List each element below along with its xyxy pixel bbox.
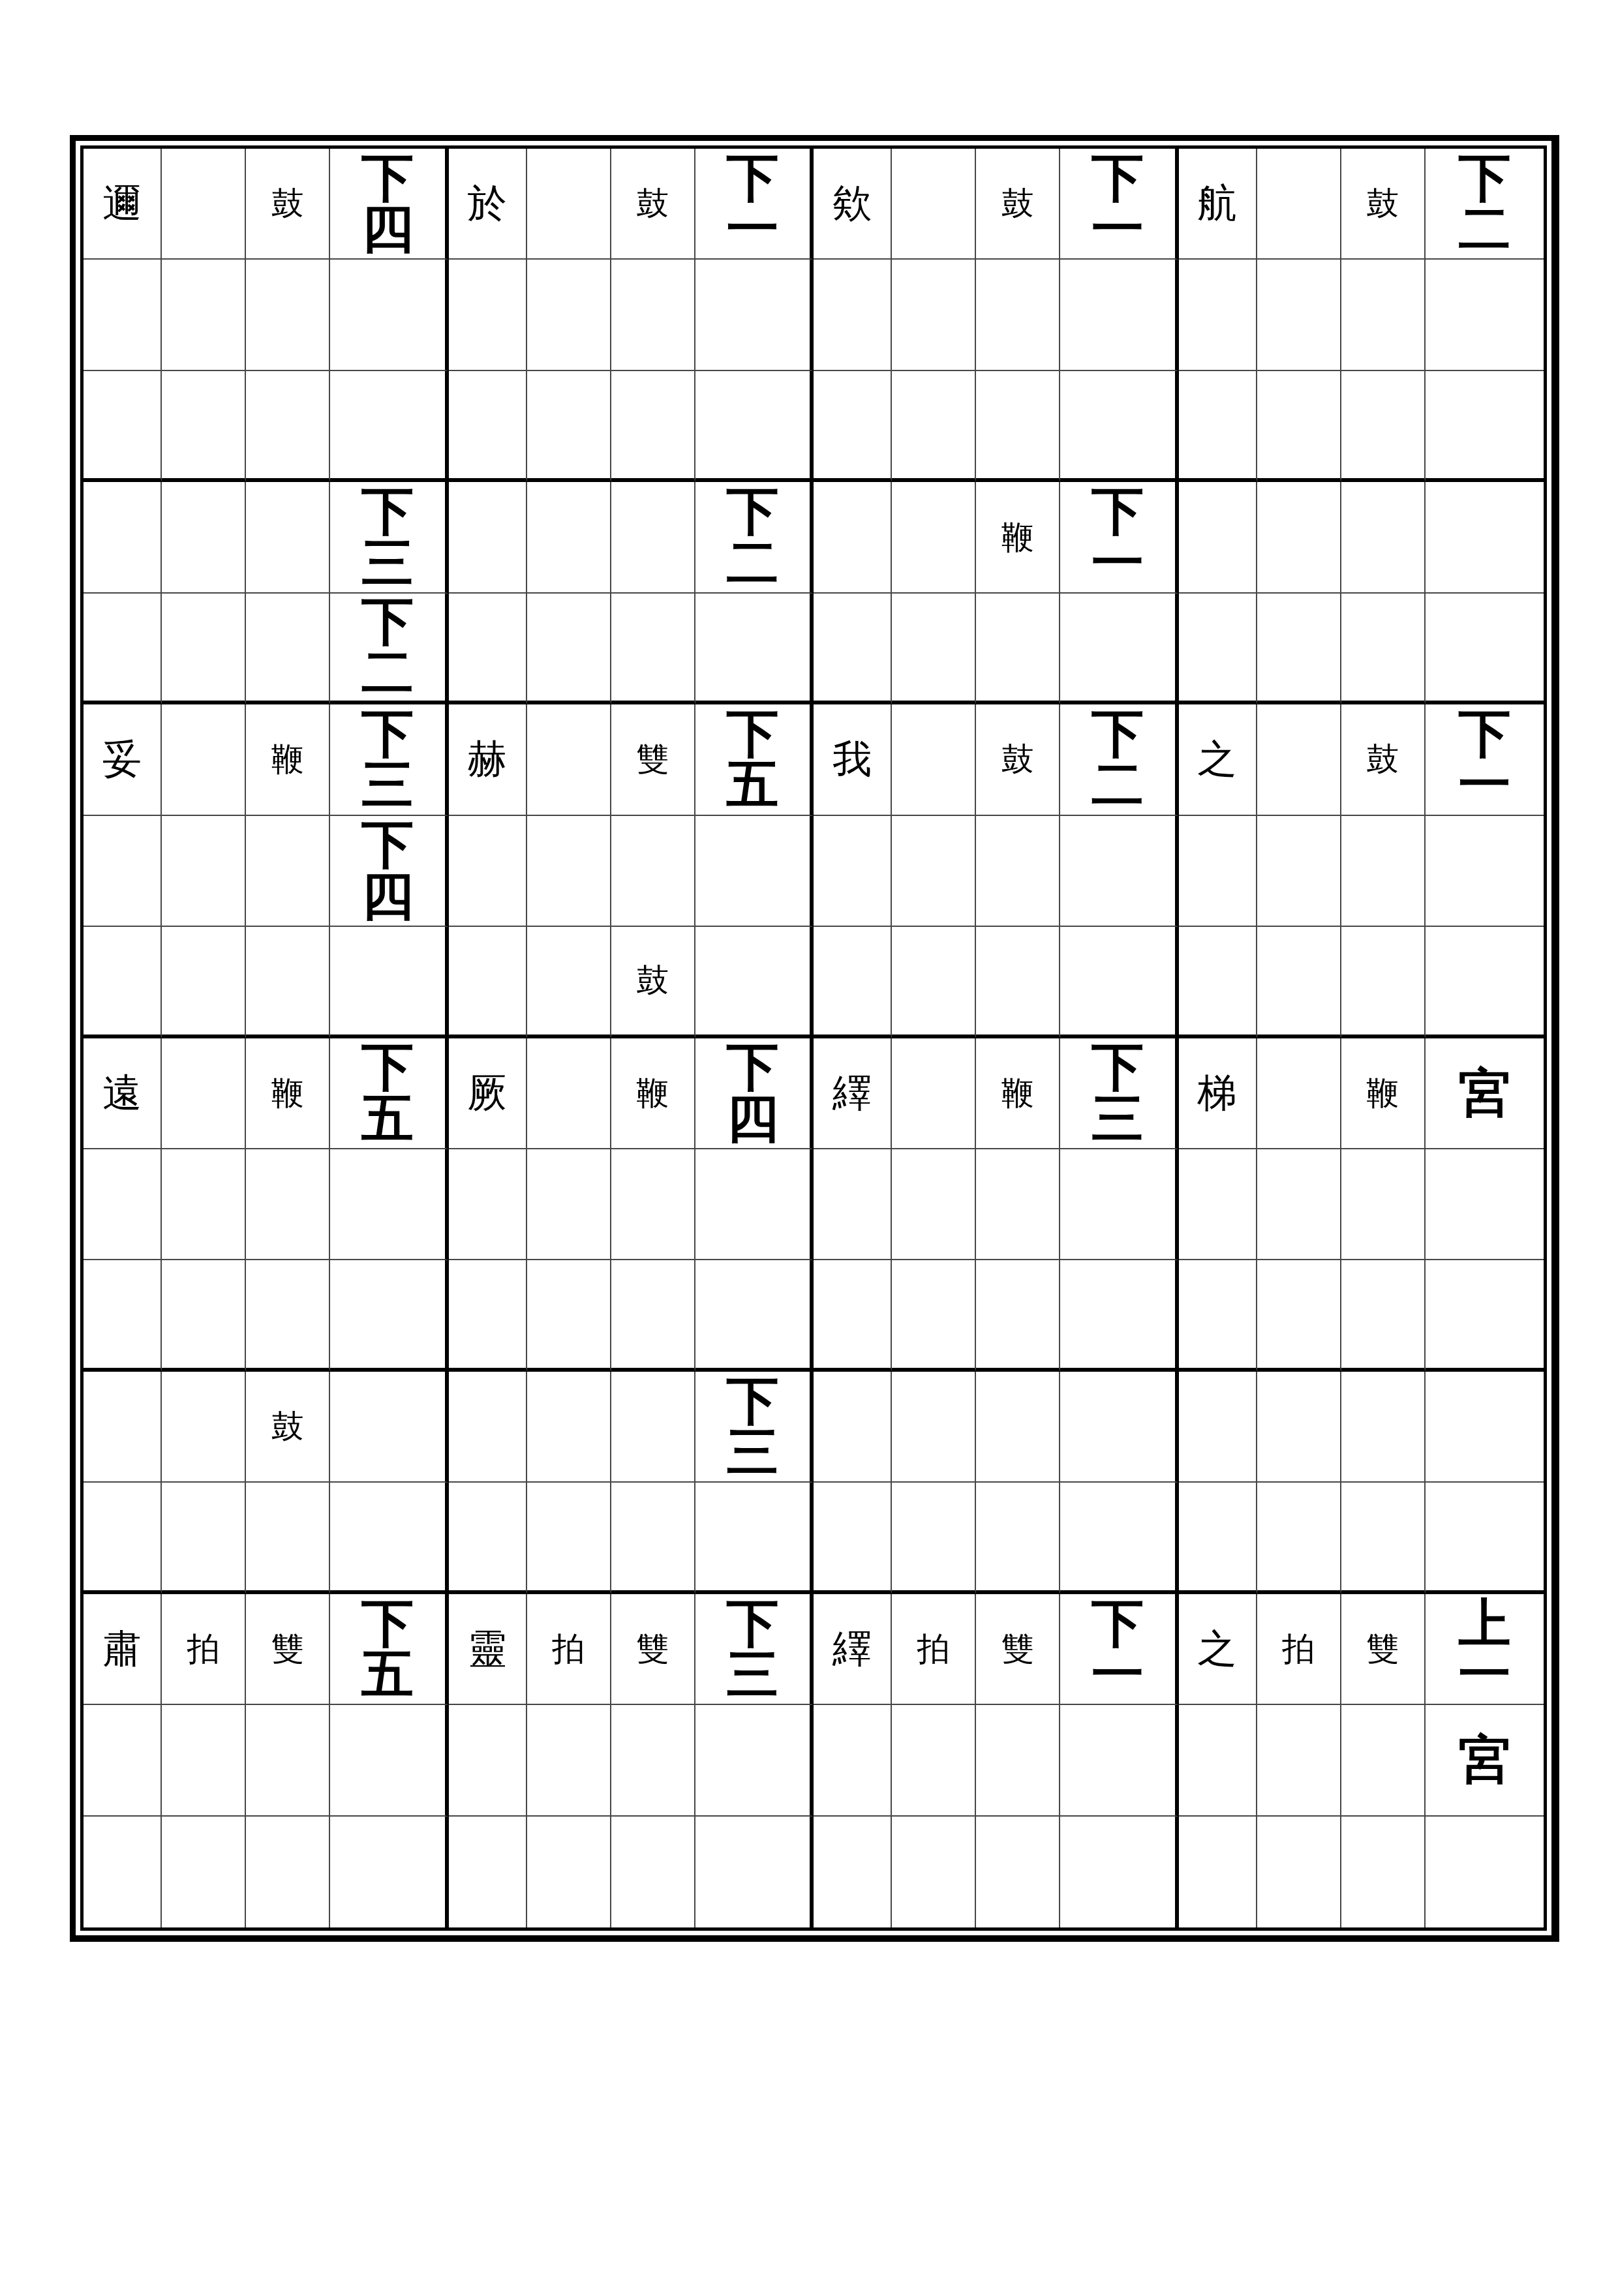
jeonggan-cell: [1257, 1705, 1341, 1816]
jeonggan-cell: 鞭: [246, 1038, 330, 1149]
jeonggan-cell: [162, 1372, 246, 1483]
jeonggan-cell: [1179, 1705, 1257, 1816]
jeonggan-cell: [162, 594, 246, 704]
jeonggan-cell: [527, 149, 611, 260]
jeonggan-cell: [976, 1705, 1060, 1816]
jeonggan-cell: 之: [1179, 704, 1257, 815]
jeonggan-cell: [162, 482, 246, 593]
jeonggan-cell: [1341, 1705, 1426, 1816]
jeonggan-cell: [892, 1483, 976, 1594]
lyric-sign: 繹: [832, 1629, 872, 1669]
jeonggan-cell: 雙: [611, 1594, 695, 1705]
jeonggan-cell: 下 一: [695, 149, 814, 260]
pitch-sign: 下 一: [726, 153, 778, 255]
score-outer-frame: 邇鼓下 四於鼓下 一欸鼓下 一航鼓下 二下 三下 二鞭下 一下 二妥鞭下 三赫雙…: [70, 135, 1559, 1942]
jeonggan-cell: [527, 927, 611, 1038]
jeonggan-cell: [1060, 927, 1178, 1038]
jeonggan-cell: [892, 149, 976, 260]
lyric-sign: 邇: [102, 184, 142, 223]
jeonggan-cell: [1426, 927, 1544, 1038]
jeonggan-cell: 厥: [449, 1038, 527, 1149]
jeonggan-cell: [611, 1372, 695, 1483]
jeonggan-cell: [1257, 1372, 1341, 1483]
jeonggan-cell: [1060, 371, 1178, 482]
lyric-sign: 靈: [468, 1629, 507, 1669]
pitch-sign: 下 五: [726, 708, 778, 811]
jeonggan-cell: 於: [449, 149, 527, 260]
jeonggan-cell: [330, 1705, 448, 1816]
jeonggan-cell: [976, 927, 1060, 1038]
jeonggan-cell: [1060, 1149, 1178, 1260]
lyric-sign: 我: [832, 740, 872, 779]
jeonggan-cell: [330, 371, 448, 482]
pitch-sign: 下 三: [726, 1598, 778, 1700]
jeonggan-cell: [1426, 816, 1544, 927]
jeonggan-cell: [814, 1483, 892, 1594]
jeonggan-cell: [1257, 1260, 1341, 1371]
jeonggan-cell: [527, 1817, 611, 1927]
jeonggan-cell: [527, 704, 611, 815]
drum-sign: 鞭: [1001, 521, 1034, 554]
jeonggan-cell: [695, 1260, 814, 1371]
jeonggan-cell: [1257, 371, 1341, 482]
jeonggan-cell: [527, 1705, 611, 1816]
jeonggan-cell: [162, 1149, 246, 1260]
jeonggan-cell: 下 三: [695, 1594, 814, 1705]
jeonggan-cell: 赫: [449, 704, 527, 815]
pitch-sign: 下 三: [361, 708, 414, 811]
lyric-sign: 厥: [468, 1074, 507, 1113]
drum-sign: 鼓: [271, 187, 304, 220]
pitch-sign: 下 二: [726, 486, 778, 588]
jeonggan-cell: [695, 594, 814, 704]
jeonggan-cell: 下 五: [330, 1594, 448, 1705]
jeonggan-cell: 下 一: [1060, 1594, 1178, 1705]
jeonggan-cell: [527, 1149, 611, 1260]
jeonggan-cell: 下 一: [1060, 482, 1178, 593]
jeonggan-cell: [892, 927, 976, 1038]
jeonggan-cell: [330, 1817, 448, 1927]
pitch-sign: 下 五: [361, 1042, 414, 1144]
jeonggan-cell: 航: [1179, 149, 1257, 260]
jeonggan-cell: [162, 149, 246, 260]
jeonggan-cell: [246, 594, 330, 704]
jeonggan-cell: 下 五: [330, 1038, 448, 1149]
jeonggan-cell: [246, 1705, 330, 1816]
jeonggan-cell: 欸: [814, 149, 892, 260]
jeonggan-cell: [1179, 1260, 1257, 1371]
jeonggan-cell: [611, 816, 695, 927]
pitch-sign: 下 五: [361, 1598, 414, 1700]
lyric-sign: 赫: [468, 740, 507, 779]
jeonggan-cell: [695, 1149, 814, 1260]
jeonggan-cell: [1179, 1817, 1257, 1927]
bak-sign: 拍: [187, 1633, 220, 1665]
jeonggan-cell: 鼓: [246, 1372, 330, 1483]
jeonggan-cell: [162, 1817, 246, 1927]
jeonggan-cell: [611, 371, 695, 482]
jeonggan-cell: [84, 1372, 162, 1483]
jeonggan-cell: [814, 260, 892, 370]
pitch-sign: 下 四: [361, 153, 414, 255]
jeonggan-cell: [84, 1260, 162, 1371]
jeonggan-cell: [330, 1260, 448, 1371]
jeonggan-cell: 鼓: [611, 927, 695, 1038]
jeonggan-cell: [814, 1149, 892, 1260]
jeonggan-cell: [527, 816, 611, 927]
jeonggan-cell: [246, 260, 330, 370]
jeonggan-cell: 拍: [1257, 1594, 1341, 1705]
jeonggan-cell: [1257, 594, 1341, 704]
jeonggan-cell: [162, 371, 246, 482]
jeonggan-cell: [611, 1483, 695, 1594]
jeonggan-cell: [976, 1817, 1060, 1927]
jeonggan-cell: [1060, 1483, 1178, 1594]
pitch-sign: 下 二: [1458, 153, 1510, 255]
jeonggan-cell: [1257, 704, 1341, 815]
lyric-sign: 之: [1198, 740, 1237, 779]
jeonggan-cell: [1179, 1372, 1257, 1483]
jeonggan-cell: [246, 1260, 330, 1371]
jeonggan-cell: 下 四: [330, 149, 448, 260]
jeonggan-cell: [84, 927, 162, 1038]
jeonggan-cell: [976, 1483, 1060, 1594]
lyric-sign: 繹: [832, 1074, 872, 1113]
jeonggan-cell: [695, 927, 814, 1038]
jeonggan-cell: [162, 1038, 246, 1149]
lyric-sign: 航: [1198, 184, 1237, 223]
bak-sign: 拍: [1282, 1633, 1315, 1665]
jeonggan-cell: [695, 1483, 814, 1594]
drum-sign: 雙: [636, 1633, 669, 1665]
jeonggan-cell: [162, 704, 246, 815]
jeonggan-cell: [814, 927, 892, 1038]
jeonggan-cell: 雙: [611, 704, 695, 815]
jeonggan-cell: 梯: [1179, 1038, 1257, 1149]
pitch-sign: 下 四: [361, 819, 414, 922]
jeonggan-cell: [1257, 927, 1341, 1038]
jeonggan-cell: 鼓: [1341, 704, 1426, 815]
jeonggan-cell: [449, 482, 527, 593]
jeonggan-cell: [246, 927, 330, 1038]
jeonggan-cell: [1179, 1149, 1257, 1260]
jeonggan-cell: 雙: [246, 1594, 330, 1705]
jeonggan-cell: [892, 1705, 976, 1816]
jeonggan-cell: [1341, 927, 1426, 1038]
jeonggan-cell: [449, 1260, 527, 1371]
jeonggan-cell: 繹: [814, 1038, 892, 1149]
jeonggan-cell: [814, 1372, 892, 1483]
drum-sign: 雙: [1001, 1633, 1034, 1665]
pitch-sign: 下 四: [726, 1042, 778, 1144]
pitch-sign: 下 三: [726, 1376, 778, 1478]
jeonggan-cell: [695, 816, 814, 927]
jeonggan-cell: [1341, 1817, 1426, 1927]
jeonggan-cell: [1060, 1372, 1178, 1483]
jeonggan-cell: 下 一: [1426, 704, 1544, 815]
jeonggan-cell: [1257, 260, 1341, 370]
jeonggan-cell: [695, 371, 814, 482]
jeonggan-cell: [1257, 1817, 1341, 1927]
jeonggan-cell: [527, 482, 611, 593]
jeonggan-cell: 我: [814, 704, 892, 815]
jeonggan-cell: 鞭: [976, 482, 1060, 593]
jeonggan-cell: [1341, 371, 1426, 482]
jeonggan-cell: [814, 594, 892, 704]
drum-sign: 鞭: [636, 1077, 669, 1110]
jeonggan-cell: 鼓: [246, 149, 330, 260]
jeonggan-cell: [449, 1483, 527, 1594]
jeonggan-cell: [1426, 1817, 1544, 1927]
drum-sign: 鞭: [1366, 1077, 1399, 1110]
jeonggan-cell: [1341, 816, 1426, 927]
jeonggan-cell: 雙: [1341, 1594, 1426, 1705]
jeonggan-cell: 邇: [84, 149, 162, 260]
drum-sign: 鞭: [1001, 1077, 1034, 1110]
jeonggan-cell: [449, 1372, 527, 1483]
jeonggan-cell: [611, 482, 695, 593]
bak-sign: 拍: [917, 1633, 950, 1665]
jeonggan-cell: [162, 1483, 246, 1594]
jeonggan-cell: [84, 482, 162, 593]
jeonggan-cell: [1426, 371, 1544, 482]
jeonggan-cell: [976, 1260, 1060, 1371]
jeonggan-cell: [1060, 1817, 1178, 1927]
jeonggan-cell: [330, 1372, 448, 1483]
jeonggan-cell: [976, 816, 1060, 927]
drum-sign: 鼓: [636, 187, 669, 220]
pitch-sign: 下 一: [1091, 486, 1144, 588]
lyric-sign: 肅: [102, 1629, 142, 1669]
drum-sign: 鼓: [636, 964, 669, 997]
jeonggan-cell: [449, 594, 527, 704]
jeonggan-cell: [892, 1372, 976, 1483]
pitch-sign: 下 一: [1091, 1598, 1144, 1700]
jeonggan-cell: [976, 1149, 1060, 1260]
jeonggan-cell: [892, 1149, 976, 1260]
jeonggan-cell: 拍: [527, 1594, 611, 1705]
jeonggan-cell: [1060, 260, 1178, 370]
jeonggan-cell: [892, 371, 976, 482]
jeonggan-cell: [246, 1149, 330, 1260]
jeonggan-cell: [449, 816, 527, 927]
drum-sign: 鞭: [271, 1077, 304, 1110]
jeonggan-cell: 下 一: [1060, 149, 1178, 260]
jeonggan-cell: [1341, 260, 1426, 370]
lyric-sign: 妥: [102, 740, 142, 779]
jeonggan-cell: [449, 1149, 527, 1260]
pitch-sign: 下 二: [1091, 708, 1144, 811]
jeonggan-cell: [892, 1260, 976, 1371]
jeonggan-cell: [976, 594, 1060, 704]
jeonggan-cell: 下 四: [330, 816, 448, 927]
jeonggan-cell: [162, 260, 246, 370]
pitch-sign: 下 二: [361, 596, 414, 699]
jeonggan-cell: [162, 816, 246, 927]
jeonggan-cell: [1257, 1038, 1341, 1149]
pitch-sign: 宮: [1458, 1734, 1510, 1785]
bak-sign: 拍: [552, 1633, 585, 1665]
jeonggan-cell: [84, 816, 162, 927]
jeonggan-cell: [527, 371, 611, 482]
lyric-sign: 之: [1198, 1629, 1237, 1669]
jeonggan-cell: 下 二: [330, 594, 448, 704]
drum-sign: 雙: [271, 1633, 304, 1665]
jeonggan-cell: [814, 1705, 892, 1816]
jeonggan-cell: [1060, 1260, 1178, 1371]
jeonggan-cell: [527, 1260, 611, 1371]
jeonggan-cell: [976, 260, 1060, 370]
jeonggan-cell: [330, 927, 448, 1038]
jeonggan-cell: [892, 704, 976, 815]
jeonggan-cell: [892, 1038, 976, 1149]
pitch-sign: 下 一: [1091, 153, 1144, 255]
lyric-sign: 梯: [1198, 1074, 1237, 1113]
drum-sign: 鼓: [1001, 743, 1034, 776]
jeonggan-cell: [814, 371, 892, 482]
jeonggan-cell: [976, 371, 1060, 482]
drum-sign: 雙: [1366, 1633, 1399, 1665]
jeonggan-cell: [246, 816, 330, 927]
jeonggan-cell: [1257, 816, 1341, 927]
drum-sign: 雙: [636, 743, 669, 776]
jeonggan-cell: [1426, 260, 1544, 370]
jeonggan-cell: [1257, 482, 1341, 593]
jeonggan-cell: [162, 927, 246, 1038]
jeonggan-cell: [84, 260, 162, 370]
jeonggan-cell: [527, 594, 611, 704]
jeonggan-cell: [527, 1038, 611, 1149]
jeonggan-cell: [814, 1260, 892, 1371]
jeonggan-cell: [1341, 1260, 1426, 1371]
jeonggan-cell: [246, 482, 330, 593]
jeongganbo-board: 邇鼓下 四於鼓下 一欸鼓下 一航鼓下 二下 三下 二鞭下 一下 二妥鞭下 三赫雙…: [84, 149, 1544, 1927]
pitch-sign: 上 一: [1458, 1598, 1510, 1700]
jeonggan-cell: 下 四: [695, 1038, 814, 1149]
jeonggan-cell: [1179, 371, 1257, 482]
jeonggan-cell: [892, 482, 976, 593]
jeonggan-cell: 肅: [84, 1594, 162, 1705]
jeonggan-cell: [527, 1372, 611, 1483]
jeonggan-cell: [449, 371, 527, 482]
jeonggan-cell: [1341, 594, 1426, 704]
jeonggan-cell: [1257, 1483, 1341, 1594]
jeonggan-cell: [84, 594, 162, 704]
jeonggan-cell: 宮: [1426, 1038, 1544, 1149]
jeonggan-cell: [1060, 594, 1178, 704]
drum-sign: 鼓: [1366, 743, 1399, 776]
jeonggan-cell: 鼓: [976, 704, 1060, 815]
jeonggan-cell: 妥: [84, 704, 162, 815]
jeonggan-cell: [330, 1483, 448, 1594]
jeonggan-cell: [1179, 1483, 1257, 1594]
jeonggan-cell: [84, 1483, 162, 1594]
jeonggan-cell: [449, 1705, 527, 1816]
jeonggan-cell: [246, 1483, 330, 1594]
jeonggan-cell: [611, 594, 695, 704]
drum-sign: 鞭: [271, 743, 304, 776]
jeonggan-cell: 雙: [976, 1594, 1060, 1705]
jeonggan-cell: [611, 1260, 695, 1371]
jeonggan-cell: [1257, 1149, 1341, 1260]
jeonggan-cell: [814, 816, 892, 927]
jeonggan-cell: [246, 371, 330, 482]
score-inner-frame: 邇鼓下 四於鼓下 一欸鼓下 一航鼓下 二下 三下 二鞭下 一下 二妥鞭下 三赫雙…: [80, 145, 1547, 1931]
jeonggan-cell: [976, 1372, 1060, 1483]
jeonggan-cell: 繹: [814, 1594, 892, 1705]
jeonggan-cell: [330, 1149, 448, 1260]
drum-sign: 鼓: [1366, 187, 1399, 220]
jeonggan-cell: [449, 927, 527, 1038]
drum-sign: 鼓: [1001, 187, 1034, 220]
drum-sign: 鼓: [271, 1410, 304, 1443]
jeonggan-cell: [814, 1817, 892, 1927]
jeonggan-cell: [1257, 149, 1341, 260]
jeonggan-cell: [1060, 816, 1178, 927]
jeonggan-cell: [611, 260, 695, 370]
jeonggan-cell: 鼓: [1341, 149, 1426, 260]
jeonggan-cell: 下 二: [1426, 149, 1544, 260]
jeonggan-cell: 拍: [162, 1594, 246, 1705]
jeonggan-cell: [449, 260, 527, 370]
jeonggan-cell: [449, 1817, 527, 1927]
pitch-sign: 下 一: [1458, 708, 1510, 811]
jeonggan-cell: [611, 1705, 695, 1816]
pitch-sign: 下 三: [1091, 1042, 1144, 1144]
jeonggan-cell: [892, 594, 976, 704]
jeonggan-cell: 下 五: [695, 704, 814, 815]
jeonggan-cell: [1426, 1149, 1544, 1260]
jeonggan-cell: 之: [1179, 1594, 1257, 1705]
jeonggan-cell: [162, 1260, 246, 1371]
jeonggan-cell: 鞭: [246, 704, 330, 815]
jeonggan-cell: [527, 260, 611, 370]
jeonggan-cell: [892, 1817, 976, 1927]
jeonggan-cell: [892, 816, 976, 927]
jeonggan-cell: [84, 1149, 162, 1260]
jeonggan-cell: [1179, 927, 1257, 1038]
jeonggan-cell: 下 三: [330, 704, 448, 815]
jeonggan-cell: 鼓: [611, 149, 695, 260]
jeonggan-cell: [162, 1705, 246, 1816]
jeonggan-cell: [1426, 1483, 1544, 1594]
jeonggan-cell: [1060, 1705, 1178, 1816]
jeonggan-cell: 拍: [892, 1594, 976, 1705]
jeonggan-cell: 遠: [84, 1038, 162, 1149]
jeonggan-cell: [527, 1483, 611, 1594]
jeonggan-cell: [1179, 816, 1257, 927]
jeonggan-cell: [1426, 1260, 1544, 1371]
jeonggan-cell: [1341, 1372, 1426, 1483]
lyric-sign: 欸: [832, 184, 872, 223]
jeonggan-cell: [892, 260, 976, 370]
jeonggan-cell: [1341, 1149, 1426, 1260]
jeonggan-cell: [695, 260, 814, 370]
jeonggan-cell: [1426, 482, 1544, 593]
jeonggan-cell: [611, 1817, 695, 1927]
jeonggan-cell: 下 三: [330, 482, 448, 593]
lyric-sign: 於: [468, 184, 507, 223]
jeonggan-cell: [84, 1705, 162, 1816]
jeonggan-cell: [695, 1817, 814, 1927]
jeonggan-cell: 鞭: [1341, 1038, 1426, 1149]
jeonggan-cell: [84, 371, 162, 482]
jeonggan-cell: 上 一: [1426, 1594, 1544, 1705]
jeonggan-cell: [1426, 594, 1544, 704]
jeonggan-cell: [1179, 260, 1257, 370]
jeonggan-cell: 鞭: [611, 1038, 695, 1149]
jeonggan-cell: [1179, 594, 1257, 704]
